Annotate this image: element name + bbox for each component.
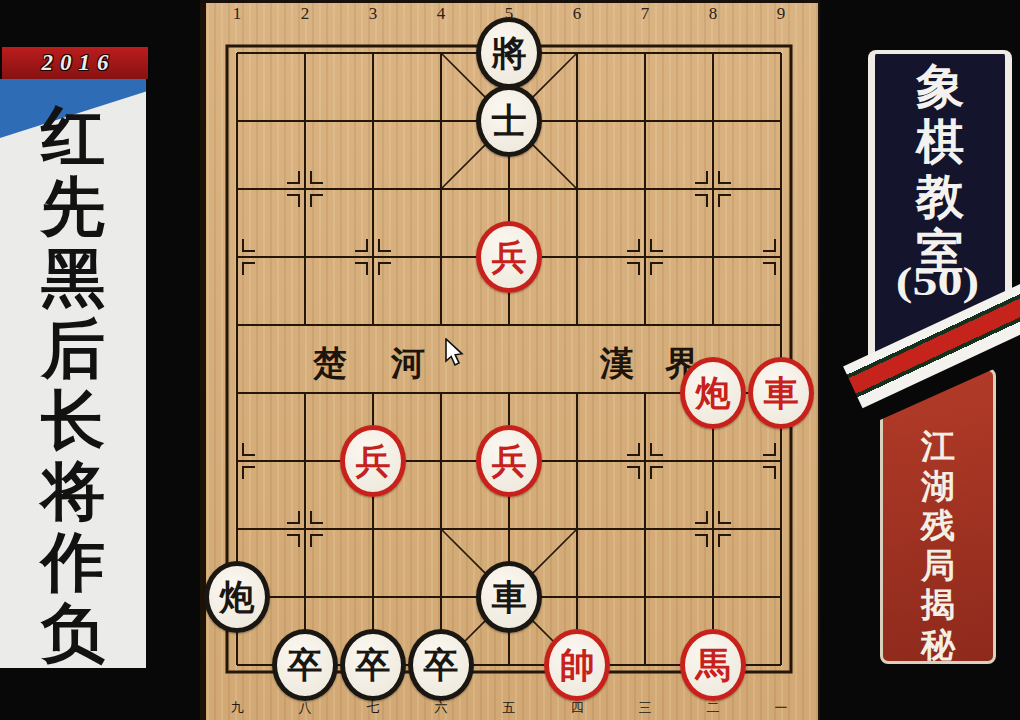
right-sidebar: 象棋教室 (50) 江湖残局揭秘 [855, 0, 1020, 720]
xiangqi-board: 123456789 九八七六五四三二一 楚河 漢界 將士兵炮車兵兵炮車卒卒卒帥馬 [200, 0, 820, 720]
vertical-text-char: 先 [0, 172, 146, 243]
piece-black-soldier[interactable]: 卒 [408, 629, 474, 701]
vertical-text-char: 局 [883, 546, 993, 586]
video-frame: 2016 红先黑后长将作负 123456789 九八七六五四三二一 楚河 漢界 … [0, 0, 1020, 720]
file-label: 五 [495, 699, 523, 717]
mouse-cursor-icon [444, 338, 466, 368]
file-label: 六 [427, 699, 455, 717]
piece-black-chariot[interactable]: 車 [476, 561, 542, 633]
piece-black-general[interactable]: 將 [476, 17, 542, 89]
left-sidebar: 2016 红先黑后长将作负 [0, 0, 200, 720]
piece-red-general[interactable]: 帥 [544, 629, 610, 701]
file-label: 二 [699, 699, 727, 717]
subtitle-panel: 江湖残局揭秘 [880, 368, 996, 664]
vertical-text-char: 黑 [0, 243, 146, 314]
vertical-text-char: 将 [0, 456, 146, 527]
board-edge [818, 0, 820, 720]
piece-red-cannon[interactable]: 炮 [680, 357, 746, 429]
file-label: 四 [563, 699, 591, 717]
year-banner: 2016 [2, 47, 148, 79]
vertical-text-char: 作 [0, 527, 146, 598]
caption-vertical-text: 红先黑后长将作负 [0, 79, 146, 668]
vertical-text-char: 后 [0, 314, 146, 385]
vertical-text-char: 棋 [875, 115, 1005, 169]
vertical-text-char: 长 [0, 385, 146, 456]
file-label: 九 [223, 699, 251, 717]
file-label: 一 [767, 699, 795, 717]
vertical-text-char: 揭 [883, 585, 993, 625]
vertical-text-char: 秘 [883, 625, 993, 665]
caption-panel: 红先黑后长将作负 [0, 79, 146, 668]
piece-black-cannon[interactable]: 炮 [204, 561, 270, 633]
piece-black-soldier[interactable]: 卒 [340, 629, 406, 701]
piece-red-soldier[interactable]: 兵 [340, 425, 406, 497]
board-edge [200, 0, 820, 3]
file-label: 八 [291, 699, 319, 717]
vertical-text-char: 湖 [883, 467, 993, 507]
piece-red-soldier[interactable]: 兵 [476, 425, 542, 497]
piece-black-soldier[interactable]: 卒 [272, 629, 338, 701]
year-label: 2016 [35, 50, 116, 76]
file-label: 七 [359, 699, 387, 717]
pieces-layer: 將士兵炮車兵兵炮車卒卒卒帥馬 [203, 19, 815, 699]
piece-red-horse[interactable]: 馬 [680, 629, 746, 701]
vertical-text-char: 教 [875, 170, 1005, 224]
piece-red-soldier[interactable]: 兵 [476, 221, 542, 293]
piece-red-chariot[interactable]: 車 [748, 357, 814, 429]
piece-black-advisor[interactable]: 士 [476, 85, 542, 157]
vertical-text-char: 江 [883, 427, 993, 467]
vertical-text-char: 残 [883, 506, 993, 546]
file-label: 三 [631, 699, 659, 717]
vertical-text-char: 负 [0, 598, 146, 669]
vertical-text-char: 红 [0, 101, 146, 172]
vertical-text-char: 象 [875, 60, 1005, 114]
